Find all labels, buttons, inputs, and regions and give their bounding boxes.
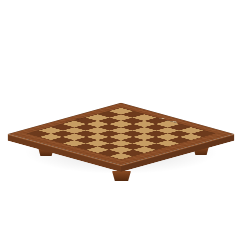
dark-pawn-glyph: ♟ xyxy=(47,132,77,134)
white-pawn-glyph: ♟ xyxy=(129,123,159,125)
dark-pawn-glyph: ♟ xyxy=(70,126,100,128)
white-pawn-glyph: ♟ xyxy=(117,120,147,122)
dark-pawn-glyph: ♟ xyxy=(82,123,112,125)
chess-board: ♜♜♞♟♞♟♝♟♝♟♚♟♛♟♛♟♚♟♝♟♝♟♞♟♞♟♜♟♜♟♟♟ xyxy=(8,103,234,165)
chess-set-product-photo: ♜♜♞♟♞♟♝♟♝♟♚♟♛♟♛♟♚♟♝♟♝♟♞♟♞♟♜♟♜♟♟♟ xyxy=(0,0,240,240)
white-pawn-glyph: ♟ xyxy=(152,129,182,131)
white-pawn-glyph: ♟ xyxy=(140,126,170,128)
board-scene: ♜♜♞♟♞♟♝♟♝♟♚♟♛♟♛♟♚♟♝♟♝♟♞♟♞♟♜♟♜♟♟♟ xyxy=(0,0,240,240)
dark-pawn-glyph: ♟ xyxy=(59,129,89,131)
